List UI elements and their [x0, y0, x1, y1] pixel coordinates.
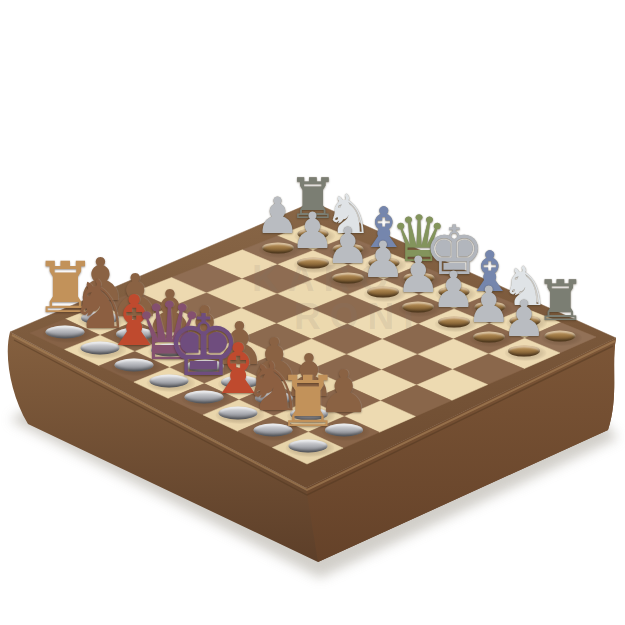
chess-set-photo: KARO RONI ♜♟♞♟♝♛♟♚♟♝♟♟♞♟♜♟♜♟♞♟♟♝♟♛♟♚♟♝♟♞…	[0, 0, 625, 625]
chess-board-svg	[0, 0, 625, 625]
